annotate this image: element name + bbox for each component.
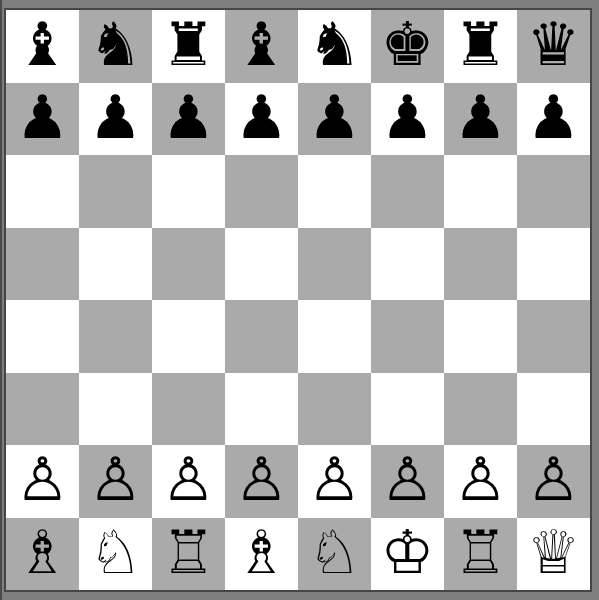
piece-black-pawn[interactable]: ♟ [527,87,581,147]
piece-white-pawn[interactable]: ♙ [89,449,143,509]
square-e1[interactable]: ♘ [298,518,371,591]
square-f2[interactable]: ♙ [371,445,444,518]
square-a7[interactable]: ♟ [6,83,79,156]
square-c2[interactable]: ♙ [152,445,225,518]
square-c4[interactable] [152,300,225,373]
piece-white-knight[interactable]: ♘ [89,522,143,582]
piece-white-bishop[interactable]: ♗ [16,522,70,582]
square-e2[interactable]: ♙ [298,445,371,518]
chess-board: ♝♞♜♝♞♚♜♛♟♟♟♟♟♟♟♟♙♙♙♙♙♙♙♙♗♘♖♗♘♔♖♕ [4,8,592,592]
square-h4[interactable] [517,300,590,373]
piece-white-pawn[interactable]: ♙ [235,449,289,509]
square-c5[interactable] [152,228,225,301]
square-a2[interactable]: ♙ [6,445,79,518]
square-a1[interactable]: ♗ [6,518,79,591]
square-b1[interactable]: ♘ [79,518,152,591]
square-d1[interactable]: ♗ [225,518,298,591]
piece-black-pawn[interactable]: ♟ [89,87,143,147]
piece-black-rook[interactable]: ♜ [454,14,508,74]
square-g8[interactable]: ♜ [444,10,517,83]
square-h6[interactable] [517,155,590,228]
piece-black-rook[interactable]: ♜ [162,14,216,74]
square-d4[interactable] [225,300,298,373]
square-h2[interactable]: ♙ [517,445,590,518]
piece-black-pawn[interactable]: ♟ [16,87,70,147]
piece-white-knight[interactable]: ♘ [308,522,362,582]
square-b8[interactable]: ♞ [79,10,152,83]
square-f4[interactable] [371,300,444,373]
square-d5[interactable] [225,228,298,301]
piece-black-pawn[interactable]: ♟ [235,87,289,147]
square-c8[interactable]: ♜ [152,10,225,83]
square-h5[interactable] [517,228,590,301]
square-d8[interactable]: ♝ [225,10,298,83]
square-b7[interactable]: ♟ [79,83,152,156]
piece-white-pawn[interactable]: ♙ [308,449,362,509]
square-c6[interactable] [152,155,225,228]
square-a3[interactable] [6,373,79,446]
square-g6[interactable] [444,155,517,228]
square-c1[interactable]: ♖ [152,518,225,591]
square-e7[interactable]: ♟ [298,83,371,156]
piece-white-pawn[interactable]: ♙ [454,449,508,509]
square-f7[interactable]: ♟ [371,83,444,156]
piece-white-king[interactable]: ♔ [381,522,435,582]
piece-black-bishop[interactable]: ♝ [16,14,70,74]
square-a6[interactable] [6,155,79,228]
square-d3[interactable] [225,373,298,446]
square-e6[interactable] [298,155,371,228]
square-b4[interactable] [79,300,152,373]
square-h7[interactable]: ♟ [517,83,590,156]
square-h3[interactable] [517,373,590,446]
square-e4[interactable] [298,300,371,373]
board-frame: ♝♞♜♝♞♚♜♛♟♟♟♟♟♟♟♟♙♙♙♙♙♙♙♙♗♘♖♗♘♔♖♕ [0,0,599,600]
piece-black-pawn[interactable]: ♟ [162,87,216,147]
piece-black-king[interactable]: ♚ [381,14,435,74]
square-a8[interactable]: ♝ [6,10,79,83]
square-a4[interactable] [6,300,79,373]
square-h1[interactable]: ♕ [517,518,590,591]
piece-white-queen[interactable]: ♕ [527,522,581,582]
square-e8[interactable]: ♞ [298,10,371,83]
square-g3[interactable] [444,373,517,446]
square-b2[interactable]: ♙ [79,445,152,518]
square-f1[interactable]: ♔ [371,518,444,591]
piece-black-pawn[interactable]: ♟ [454,87,508,147]
piece-black-knight[interactable]: ♞ [308,14,362,74]
square-a5[interactable] [6,228,79,301]
square-g2[interactable]: ♙ [444,445,517,518]
square-f6[interactable] [371,155,444,228]
piece-black-pawn[interactable]: ♟ [381,87,435,147]
piece-white-pawn[interactable]: ♙ [527,449,581,509]
piece-white-pawn[interactable]: ♙ [162,449,216,509]
square-c3[interactable] [152,373,225,446]
square-c7[interactable]: ♟ [152,83,225,156]
square-f5[interactable] [371,228,444,301]
piece-black-pawn[interactable]: ♟ [308,87,362,147]
square-f8[interactable]: ♚ [371,10,444,83]
piece-white-rook[interactable]: ♖ [454,522,508,582]
square-h8[interactable]: ♛ [517,10,590,83]
square-e5[interactable] [298,228,371,301]
square-g5[interactable] [444,228,517,301]
square-b6[interactable] [79,155,152,228]
piece-black-knight[interactable]: ♞ [89,14,143,74]
piece-white-pawn[interactable]: ♙ [16,449,70,509]
square-e3[interactable] [298,373,371,446]
square-g1[interactable]: ♖ [444,518,517,591]
square-d7[interactable]: ♟ [225,83,298,156]
piece-black-queen[interactable]: ♛ [527,14,581,74]
piece-white-bishop[interactable]: ♗ [235,522,289,582]
square-b5[interactable] [79,228,152,301]
square-d2[interactable]: ♙ [225,445,298,518]
piece-white-rook[interactable]: ♖ [162,522,216,582]
square-d6[interactable] [225,155,298,228]
square-b3[interactable] [79,373,152,446]
square-g7[interactable]: ♟ [444,83,517,156]
square-g4[interactable] [444,300,517,373]
piece-black-bishop[interactable]: ♝ [235,14,289,74]
piece-white-pawn[interactable]: ♙ [381,449,435,509]
square-f3[interactable] [371,373,444,446]
